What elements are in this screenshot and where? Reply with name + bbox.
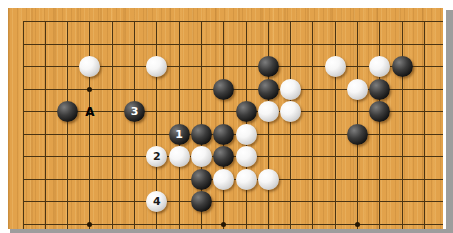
grid-line-vertical xyxy=(424,22,425,230)
stone-white[interactable] xyxy=(236,169,257,190)
grid-line-vertical xyxy=(402,22,403,230)
stone-black[interactable] xyxy=(213,146,234,167)
grid-line-vertical xyxy=(112,22,113,230)
stone-white[interactable] xyxy=(236,124,257,145)
star-point xyxy=(87,222,92,227)
go-board[interactable]: 3124A xyxy=(8,8,443,229)
grid-line-vertical xyxy=(379,22,380,230)
stone-black[interactable] xyxy=(258,56,279,77)
move-number-label: 2 xyxy=(153,151,161,162)
stone-white[interactable] xyxy=(236,146,257,167)
stone-black[interactable] xyxy=(213,79,234,100)
stone-black[interactable] xyxy=(236,101,257,122)
stone-white-move-2[interactable]: 2 xyxy=(146,146,167,167)
stone-black[interactable] xyxy=(369,101,390,122)
stone-white[interactable] xyxy=(369,56,390,77)
stone-white[interactable] xyxy=(325,56,346,77)
stone-black[interactable] xyxy=(57,101,78,122)
grid-line-horizontal xyxy=(23,201,443,202)
stone-white[interactable] xyxy=(258,169,279,190)
move-number-label: 3 xyxy=(131,106,139,117)
grid-line-vertical xyxy=(67,22,68,230)
go-diagram-window: 3124A xyxy=(0,0,453,233)
stone-white[interactable] xyxy=(280,101,301,122)
grid-line-horizontal xyxy=(23,21,443,22)
grid-line-horizontal xyxy=(23,224,443,225)
stone-black[interactable] xyxy=(369,79,390,100)
grid-line-horizontal xyxy=(23,44,443,45)
stone-black[interactable] xyxy=(213,124,234,145)
stone-white[interactable] xyxy=(347,79,368,100)
stone-white[interactable] xyxy=(280,79,301,100)
stone-black-move-1[interactable]: 1 xyxy=(169,124,190,145)
grid-line-vertical xyxy=(45,22,46,230)
star-point xyxy=(221,222,226,227)
grid-line-vertical xyxy=(23,22,24,230)
grid-line-vertical xyxy=(290,22,291,230)
stone-black-move-3[interactable]: 3 xyxy=(124,101,145,122)
stone-black[interactable] xyxy=(258,79,279,100)
move-number-label: 1 xyxy=(175,129,183,140)
window-shadow-right xyxy=(446,10,453,233)
grid-line-vertical xyxy=(312,22,313,230)
point-label-A[interactable]: A xyxy=(83,105,97,119)
grid-line-vertical xyxy=(335,22,336,230)
stone-white-move-4[interactable]: 4 xyxy=(146,191,167,212)
grid-line-vertical xyxy=(89,22,90,230)
star-point xyxy=(87,87,92,92)
stone-white[interactable] xyxy=(213,169,234,190)
stone-black[interactable] xyxy=(191,191,212,212)
stone-white[interactable] xyxy=(146,56,167,77)
stone-white[interactable] xyxy=(258,101,279,122)
window-shadow-bottom xyxy=(10,229,453,233)
stone-white[interactable] xyxy=(169,146,190,167)
move-number-label: 4 xyxy=(153,196,161,207)
star-point xyxy=(355,222,360,227)
stone-black[interactable] xyxy=(191,124,212,145)
grid-line-vertical xyxy=(268,22,269,230)
stone-black[interactable] xyxy=(347,124,368,145)
stone-black[interactable] xyxy=(191,169,212,190)
stone-white[interactable] xyxy=(191,146,212,167)
grid-line-vertical xyxy=(134,22,135,230)
stone-black[interactable] xyxy=(392,56,413,77)
stone-white[interactable] xyxy=(79,56,100,77)
